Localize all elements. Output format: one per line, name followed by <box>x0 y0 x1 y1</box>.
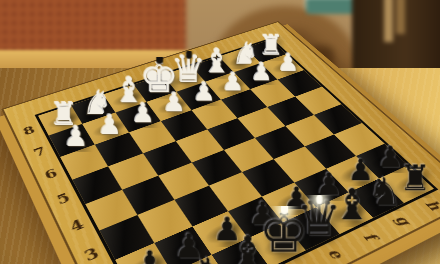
piece-glyph: ♞ <box>190 254 229 264</box>
piece-glyph: ♟ <box>277 52 299 74</box>
white-finial <box>280 202 287 214</box>
board-perspective: 87654321 abcdefgh ♜♞♝♚♛♝♞♜♟♟♟♟♟♟♟♟♟♟♟♟♟♟… <box>48 0 400 264</box>
piece-glyph: ♟ <box>135 248 165 264</box>
scene: 87654321 abcdefgh ♜♞♝♚♛♝♞♜♟♟♟♟♟♟♟♟♟♟♟♟♟♟… <box>0 0 440 264</box>
piece-glyph: ♞ <box>367 174 401 209</box>
piece-glyph: ♟ <box>64 124 89 150</box>
black-finial <box>156 54 161 63</box>
piece-glyph: ♝ <box>227 233 268 264</box>
black-finial <box>187 51 191 58</box>
piece-glyph: ♟ <box>162 91 186 115</box>
piece-glyph: ♟ <box>222 70 245 93</box>
square-f5[interactable] <box>238 107 285 138</box>
board-grid: ♜♞♝♚♛♝♞♜♟♟♟♟♟♟♟♟♟♟♟♟♟♟♟♟♜♞♝♚♛♝♞♜ <box>35 38 439 264</box>
piece-glyph: ♟ <box>98 112 122 137</box>
chessboard: 87654321 abcdefgh ♜♞♝♚♛♝♞♜♟♟♟♟♟♟♟♟♟♟♟♟♟♟… <box>1 21 440 264</box>
piece-glyph: ♟ <box>250 61 272 84</box>
white-finial <box>316 194 322 203</box>
piece-glyph: ♟ <box>193 80 216 104</box>
piece-glyph: ♟ <box>131 101 155 126</box>
piece-glyph: ♜ <box>399 162 431 194</box>
